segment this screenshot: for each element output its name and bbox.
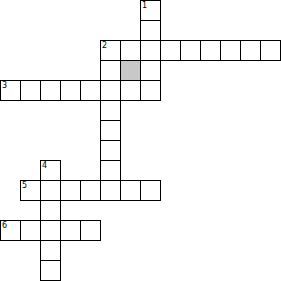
cell[interactable] [80,220,101,241]
cell[interactable] [40,200,61,221]
cell[interactable] [80,180,101,201]
cell[interactable] [40,80,61,101]
cell[interactable]: 6 [0,220,21,241]
cell[interactable] [160,40,181,61]
cell[interactable]: 4 [40,160,61,181]
cell-selected[interactable] [120,60,141,81]
cell[interactable] [100,100,121,121]
cell[interactable] [60,80,81,101]
cell[interactable] [140,180,161,201]
cell[interactable] [100,60,121,81]
crossword-grid: 123456 [0,0,281,281]
cell[interactable] [120,80,141,101]
cell[interactable]: 5 [20,180,41,201]
cell[interactable]: 3 [0,80,21,101]
cell[interactable] [140,20,161,41]
cell[interactable] [100,140,121,161]
clue-number: 4 [42,161,47,170]
cell[interactable] [40,240,61,261]
cell[interactable]: 1 [140,0,161,21]
cell[interactable] [100,120,121,141]
cell[interactable] [40,220,61,241]
cell[interactable] [80,80,101,101]
cell[interactable] [60,180,81,201]
cell[interactable] [220,40,241,61]
cell[interactable] [120,180,141,201]
cell[interactable] [40,260,61,281]
cell[interactable] [20,80,41,101]
cell[interactable] [260,40,281,61]
cell[interactable] [20,220,41,241]
cell[interactable] [180,40,201,61]
clue-number: 6 [2,221,7,230]
cell[interactable] [100,80,121,101]
clue-number: 2 [102,41,107,50]
cell[interactable] [140,40,161,61]
clue-number: 1 [142,1,147,10]
cell[interactable] [140,60,161,81]
cell[interactable] [120,40,141,61]
cell[interactable] [60,220,81,241]
crossword-page: 123456 [0,0,281,281]
cell[interactable] [40,180,61,201]
clue-number: 5 [22,181,27,190]
clue-number: 3 [2,81,7,90]
cell[interactable] [100,180,121,201]
cell[interactable] [140,80,161,101]
cell[interactable] [100,160,121,181]
cell[interactable]: 2 [100,40,121,61]
cell[interactable] [240,40,261,61]
cell[interactable] [200,40,221,61]
